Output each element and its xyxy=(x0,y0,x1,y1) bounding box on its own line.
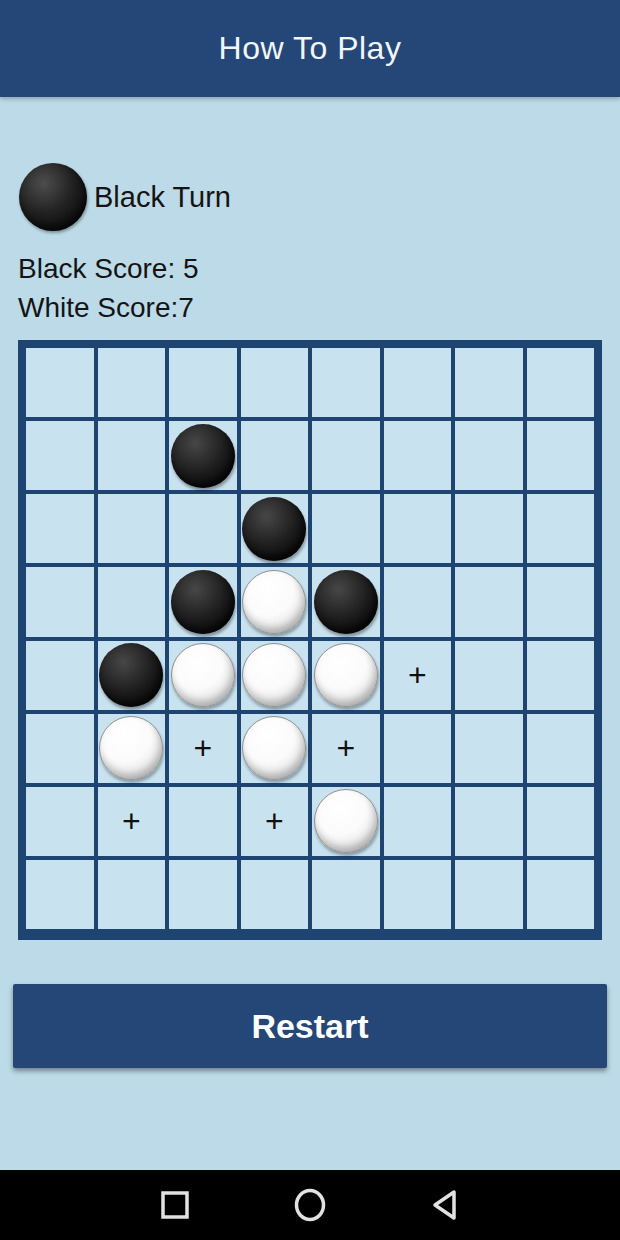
white-disc xyxy=(242,716,306,780)
board-cell-h1[interactable] xyxy=(527,348,595,417)
board-cell-e7[interactable] xyxy=(312,787,380,856)
board-cell-e1[interactable] xyxy=(312,348,380,417)
board-cell-a1[interactable] xyxy=(26,348,94,417)
board-cell-e5[interactable] xyxy=(312,641,380,710)
board-cell-e8[interactable] xyxy=(312,860,380,929)
white-disc xyxy=(242,643,306,707)
board-cell-a8[interactable] xyxy=(26,860,94,929)
board-cell-f4[interactable] xyxy=(384,567,452,636)
board-cell-g1[interactable] xyxy=(455,348,523,417)
score-panel: Black Score: 5 White Score:7 xyxy=(18,249,199,327)
board-cell-f1[interactable] xyxy=(384,348,452,417)
black-disc xyxy=(314,570,378,634)
board-cell-a3[interactable] xyxy=(26,494,94,563)
board-cell-h8[interactable] xyxy=(527,860,595,929)
black-disc xyxy=(171,570,235,634)
board-cell-c2[interactable] xyxy=(169,421,237,490)
board-cell-h6[interactable] xyxy=(527,714,595,783)
board-cell-c8[interactable] xyxy=(169,860,237,929)
black-disc xyxy=(99,643,163,707)
white-disc xyxy=(242,570,306,634)
board-cell-f3[interactable] xyxy=(384,494,452,563)
board-cell-d1[interactable] xyxy=(241,348,309,417)
board-cell-e3[interactable] xyxy=(312,494,380,563)
board-cell-g5[interactable] xyxy=(455,641,523,710)
board-cell-c6[interactable]: + xyxy=(169,714,237,783)
board-cell-g7[interactable] xyxy=(455,787,523,856)
turn-label: Black Turn xyxy=(94,181,231,214)
board-cell-b1[interactable] xyxy=(98,348,166,417)
black-disc xyxy=(171,424,235,488)
board-cell-a2[interactable] xyxy=(26,421,94,490)
app-screen: How To Play Black Turn Black Score: 5 Wh… xyxy=(0,0,620,1240)
board-cell-b5[interactable] xyxy=(98,641,166,710)
white-score-text: White Score:7 xyxy=(18,288,199,327)
board-cell-b6[interactable] xyxy=(98,714,166,783)
board-cell-b7[interactable]: + xyxy=(98,787,166,856)
board-cell-a6[interactable] xyxy=(26,714,94,783)
board-cell-g3[interactable] xyxy=(455,494,523,563)
turn-indicator: Black Turn xyxy=(19,163,231,231)
white-disc xyxy=(314,643,378,707)
board-cell-h5[interactable] xyxy=(527,641,595,710)
board-cell-h2[interactable] xyxy=(527,421,595,490)
app-header: How To Play xyxy=(0,0,620,97)
board-cell-d2[interactable] xyxy=(241,421,309,490)
legal-move-hint: + xyxy=(408,659,427,691)
board-cell-e4[interactable] xyxy=(312,567,380,636)
board-cell-h4[interactable] xyxy=(527,567,595,636)
white-disc xyxy=(99,716,163,780)
restart-button[interactable]: Restart xyxy=(13,984,607,1068)
recents-square-icon[interactable] xyxy=(158,1188,192,1222)
legal-move-hint: + xyxy=(265,805,284,837)
board-cell-a4[interactable] xyxy=(26,567,94,636)
board-cell-d6[interactable] xyxy=(241,714,309,783)
legal-move-hint: + xyxy=(336,732,355,764)
board-cell-c3[interactable] xyxy=(169,494,237,563)
legal-move-hint: + xyxy=(193,732,212,764)
white-disc xyxy=(314,789,378,853)
board-cell-g4[interactable] xyxy=(455,567,523,636)
black-disc-icon xyxy=(19,163,87,231)
board-cell-g8[interactable] xyxy=(455,860,523,929)
board-cell-d7[interactable]: + xyxy=(241,787,309,856)
board-cell-d3[interactable] xyxy=(241,494,309,563)
board-cell-f5[interactable]: + xyxy=(384,641,452,710)
board-cell-h3[interactable] xyxy=(527,494,595,563)
black-score-text: Black Score: 5 xyxy=(18,249,199,288)
board-cell-e2[interactable] xyxy=(312,421,380,490)
board-cell-c4[interactable] xyxy=(169,567,237,636)
board-cell-d8[interactable] xyxy=(241,860,309,929)
legal-move-hint: + xyxy=(122,805,141,837)
android-nav-bar xyxy=(0,1170,620,1240)
board-cell-a5[interactable] xyxy=(26,641,94,710)
board-cell-f6[interactable] xyxy=(384,714,452,783)
white-disc xyxy=(171,643,235,707)
board-cell-b3[interactable] xyxy=(98,494,166,563)
othello-board: +++++ xyxy=(18,340,602,940)
board-cell-g2[interactable] xyxy=(455,421,523,490)
board-cell-g6[interactable] xyxy=(455,714,523,783)
black-disc xyxy=(242,497,306,561)
board-cell-b8[interactable] xyxy=(98,860,166,929)
board-cell-c5[interactable] xyxy=(169,641,237,710)
board-cell-h7[interactable] xyxy=(527,787,595,856)
board-cell-d4[interactable] xyxy=(241,567,309,636)
board-cell-c7[interactable] xyxy=(169,787,237,856)
back-triangle-icon[interactable] xyxy=(428,1188,462,1222)
page-title: How To Play xyxy=(219,30,402,67)
board-cell-c1[interactable] xyxy=(169,348,237,417)
board-cell-b4[interactable] xyxy=(98,567,166,636)
board-cell-e6[interactable]: + xyxy=(312,714,380,783)
board-cell-f8[interactable] xyxy=(384,860,452,929)
board-cell-f2[interactable] xyxy=(384,421,452,490)
board-cell-f7[interactable] xyxy=(384,787,452,856)
board-cell-d5[interactable] xyxy=(241,641,309,710)
home-circle-icon[interactable] xyxy=(292,1187,328,1223)
board-cell-a7[interactable] xyxy=(26,787,94,856)
board-cell-b2[interactable] xyxy=(98,421,166,490)
